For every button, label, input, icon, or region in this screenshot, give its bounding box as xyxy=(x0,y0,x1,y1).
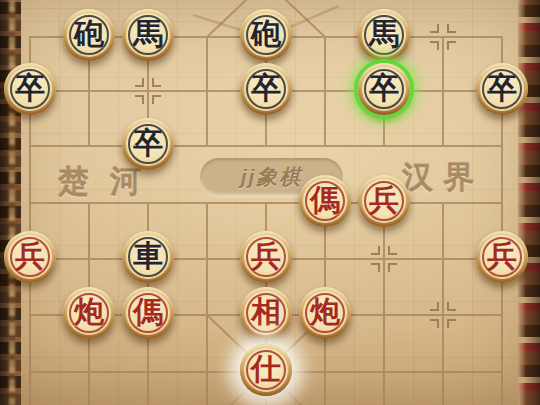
piece-character: 車 xyxy=(133,241,163,271)
piece-black-f8r3[interactable]: 卒 xyxy=(476,63,528,115)
piece-red-f4r8[interactable]: 仕 xyxy=(240,344,292,396)
piece-character: 砲 xyxy=(74,19,104,49)
left-shelf-decoration xyxy=(0,0,21,405)
piece-character: 卒 xyxy=(369,73,399,103)
piece-black-f2r2[interactable]: 馬 xyxy=(122,9,174,61)
piece-red-f6r5[interactable]: 兵 xyxy=(358,175,410,227)
piece-character: 仕 xyxy=(251,354,281,384)
piece-black-f4r3[interactable]: 卒 xyxy=(240,63,292,115)
river-label-han-jie: 汉界 xyxy=(402,157,484,199)
piece-red-f8r6[interactable]: 兵 xyxy=(476,231,528,283)
piece-face: 炮 xyxy=(67,291,111,335)
piece-black-f2r4[interactable]: 卒 xyxy=(122,118,174,170)
piece-black-f1r2[interactable]: 砲 xyxy=(63,9,115,61)
piece-face: 車 xyxy=(126,235,170,279)
piece-character: 卒 xyxy=(251,73,281,103)
piece-red-f1r7[interactable]: 炮 xyxy=(63,287,115,339)
piece-face: 砲 xyxy=(67,13,111,57)
piece-black-f6r3[interactable]: 卒 xyxy=(358,63,410,115)
piece-character: 炮 xyxy=(310,297,340,327)
piece-character: 馬 xyxy=(133,19,163,49)
piece-character: 傌 xyxy=(310,185,340,215)
piece-face: 馬 xyxy=(362,13,406,57)
piece-face: 相 xyxy=(244,291,288,335)
piece-character: 卒 xyxy=(487,73,517,103)
piece-character: 兵 xyxy=(251,241,281,271)
piece-character: 相 xyxy=(251,297,281,327)
piece-character: 砲 xyxy=(251,19,281,49)
piece-face: 卒 xyxy=(8,67,52,111)
piece-face: 傌 xyxy=(303,179,347,223)
piece-black-f6r2[interactable]: 馬 xyxy=(358,9,410,61)
piece-face: 炮 xyxy=(303,291,347,335)
piece-red-f0r6[interactable]: 兵 xyxy=(4,231,56,283)
piece-character: 兵 xyxy=(15,241,45,271)
piece-face: 傌 xyxy=(126,291,170,335)
piece-face: 馬 xyxy=(126,13,170,57)
xiangqi-game-screen: 楚河 汉界 jj象棋 砲馬砲馬卒卒卒卒卒傌兵兵車兵兵炮傌相炮仕 xyxy=(0,0,540,405)
piece-face: 卒 xyxy=(126,122,170,166)
piece-black-f4r2[interactable]: 砲 xyxy=(240,9,292,61)
app-logo-text: jj象棋 xyxy=(241,163,303,191)
piece-character: 炮 xyxy=(74,297,104,327)
piece-black-f0r3[interactable]: 卒 xyxy=(4,63,56,115)
piece-face: 兵 xyxy=(362,179,406,223)
piece-character: 卒 xyxy=(15,73,45,103)
piece-red-f5r7[interactable]: 炮 xyxy=(299,287,351,339)
piece-character: 傌 xyxy=(133,297,163,327)
right-shelf-decoration xyxy=(518,0,540,405)
piece-face: 兵 xyxy=(8,235,52,279)
piece-face: 兵 xyxy=(244,235,288,279)
piece-red-f2r7[interactable]: 傌 xyxy=(122,287,174,339)
piece-red-f4r7[interactable]: 相 xyxy=(240,287,292,339)
piece-red-f4r6[interactable]: 兵 xyxy=(240,231,292,283)
piece-character: 兵 xyxy=(369,185,399,215)
piece-character: 卒 xyxy=(133,128,163,158)
piece-face: 卒 xyxy=(244,67,288,111)
piece-face: 砲 xyxy=(244,13,288,57)
piece-character: 兵 xyxy=(487,241,517,271)
piece-face: 卒 xyxy=(362,67,406,111)
piece-black-f2r6[interactable]: 車 xyxy=(122,231,174,283)
piece-face: 卒 xyxy=(480,67,524,111)
piece-red-f5r5[interactable]: 傌 xyxy=(299,175,351,227)
piece-face: 仕 xyxy=(244,348,288,392)
piece-face: 兵 xyxy=(480,235,524,279)
piece-character: 馬 xyxy=(369,19,399,49)
